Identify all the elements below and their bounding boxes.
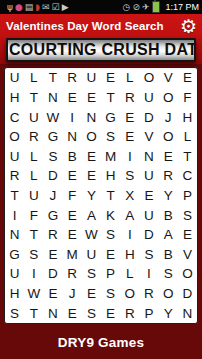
- page-title: Valentines Day Word Search: [0, 20, 164, 32]
- grid-cell[interactable]: E: [101, 303, 120, 323]
- grid-cell[interactable]: C: [5, 107, 24, 127]
- grid-cell[interactable]: L: [120, 68, 139, 88]
- grid-cell[interactable]: S: [82, 264, 101, 284]
- grid-cell[interactable]: O: [82, 127, 101, 147]
- grid-cell[interactable]: H: [5, 88, 24, 108]
- system-status-icons: ◷ ⊘ ✈ 1:17 PM: [123, 0, 199, 14]
- grid-cell[interactable]: B: [63, 146, 82, 166]
- grid-cell[interactable]: E: [120, 107, 139, 127]
- grid-cell[interactable]: H: [178, 107, 197, 127]
- gear-icon[interactable]: ⚙: [180, 15, 197, 37]
- grid-cell[interactable]: L: [120, 264, 139, 284]
- grid-cell[interactable]: S: [178, 205, 197, 225]
- grid-cell[interactable]: N: [43, 88, 62, 108]
- grid-cell[interactable]: I: [120, 225, 139, 245]
- grid-cell[interactable]: L: [24, 68, 43, 88]
- grid-cell[interactable]: O: [139, 68, 158, 88]
- grid-cell[interactable]: S: [101, 284, 120, 304]
- grid-cell[interactable]: F: [63, 186, 82, 206]
- grid-cell[interactable]: U: [5, 146, 24, 166]
- grid-cell[interactable]: J: [63, 284, 82, 304]
- grid-cell[interactable]: N: [82, 107, 101, 127]
- grid-cell[interactable]: U: [5, 68, 24, 88]
- grid-cell[interactable]: R: [120, 303, 139, 323]
- grid-cell[interactable]: T: [101, 186, 120, 206]
- grid-cell[interactable]: I: [5, 205, 24, 225]
- airplane-mode-icon: ✈: [142, 0, 150, 14]
- grid-cell[interactable]: A: [82, 205, 101, 225]
- grid-cell[interactable]: T: [24, 225, 43, 245]
- grid-cell[interactable]: O: [159, 284, 178, 304]
- grid-cell[interactable]: P: [178, 186, 197, 206]
- status-bar: ψ ● ▤ ◗ ✉ ☑ ▶ ◷ ⊘ ✈ 1:17 PM: [0, 0, 202, 14]
- grid-cell[interactable]: E: [101, 68, 120, 88]
- usb-icon: ψ: [7, 0, 13, 14]
- grid-cell[interactable]: W: [43, 107, 62, 127]
- grid-cell[interactable]: U: [139, 205, 158, 225]
- grid-cell[interactable]: D: [139, 107, 158, 127]
- grid-cell[interactable]: J: [159, 107, 178, 127]
- grid-cell[interactable]: R: [43, 225, 62, 245]
- grid-cell[interactable]: M: [63, 245, 82, 265]
- mute-icon: ⊘: [132, 0, 140, 14]
- grid-cell[interactable]: U: [24, 107, 43, 127]
- grid-cell[interactable]: E: [63, 88, 82, 108]
- grid-cell[interactable]: I: [63, 107, 82, 127]
- grid-cell[interactable]: S: [120, 166, 139, 186]
- grid-cell[interactable]: C: [178, 166, 197, 186]
- grid-cell[interactable]: H: [120, 245, 139, 265]
- grid-cell[interactable]: E: [63, 303, 82, 323]
- title-bar: Valentines Day Word Search ⚙: [0, 14, 202, 38]
- grid-cell[interactable]: T: [178, 146, 197, 166]
- grid-cell[interactable]: F: [24, 205, 43, 225]
- grid-cell[interactable]: R: [120, 88, 139, 108]
- grid-cell[interactable]: V: [139, 127, 158, 147]
- grid-cell[interactable]: R: [159, 166, 178, 186]
- footer-bar: DRY9 Games: [0, 325, 202, 359]
- grid-cell[interactable]: D: [43, 166, 62, 186]
- grid-cell[interactable]: B: [159, 245, 178, 265]
- grid-cell[interactable]: E: [82, 88, 101, 108]
- header-section: Valentines Day Word Search ⚙ COURTING CR…: [0, 14, 202, 64]
- grid-cell[interactable]: M: [101, 146, 120, 166]
- grid-cell[interactable]: D: [43, 264, 62, 284]
- grid-cell[interactable]: T: [43, 68, 62, 88]
- grid-cell[interactable]: Y: [159, 186, 178, 206]
- grid-cell[interactable]: S: [159, 264, 178, 284]
- board: ULTRUELOVEHTNEETRUOFCUWINGEDJHORGNOSEVOL…: [4, 67, 198, 324]
- grid-cell[interactable]: J: [43, 186, 62, 206]
- grid-cell[interactable]: O: [178, 264, 197, 284]
- grid-cell[interactable]: T: [101, 88, 120, 108]
- grid-cell[interactable]: E: [139, 186, 158, 206]
- word-list-text: COURTING CRUSH DATE: [8, 40, 196, 60]
- grid-cell[interactable]: N: [63, 127, 82, 147]
- grid-cell[interactable]: O: [120, 284, 139, 304]
- alarm-icon: ◷: [123, 0, 131, 14]
- grid-cell[interactable]: T: [24, 88, 43, 108]
- grid-cell[interactable]: E: [82, 166, 101, 186]
- grid-cell[interactable]: U: [24, 186, 43, 206]
- grid-cell[interactable]: S: [82, 303, 101, 323]
- grid-cell[interactable]: R: [5, 166, 24, 186]
- grid-cell[interactable]: A: [120, 205, 139, 225]
- grid-cell[interactable]: E: [101, 245, 120, 265]
- grid-cell[interactable]: A: [159, 225, 178, 245]
- grid-cell[interactable]: W: [82, 225, 101, 245]
- call-notification-icon: ◗: [35, 0, 40, 14]
- grid-cell[interactable]: P: [139, 303, 158, 323]
- grid-cell[interactable]: O: [159, 88, 178, 108]
- grid-cell[interactable]: O: [159, 127, 178, 147]
- grid-cell[interactable]: E: [178, 225, 197, 245]
- notification-icons: ψ ● ▤ ◗ ✉ ☑ ▶: [7, 0, 69, 14]
- grid-cell[interactable]: U: [82, 68, 101, 88]
- grid-cell[interactable]: H: [5, 284, 24, 304]
- grid-cell[interactable]: G: [43, 127, 62, 147]
- update-check-icon: ☑: [52, 0, 60, 14]
- grid-cell[interactable]: S: [5, 303, 24, 323]
- grid-cell[interactable]: I: [139, 264, 158, 284]
- grid-cell[interactable]: E: [120, 127, 139, 147]
- grid-cell[interactable]: E: [159, 146, 178, 166]
- grid-cell[interactable]: K: [101, 205, 120, 225]
- grid-cell[interactable]: E: [63, 166, 82, 186]
- grid-cell[interactable]: P: [101, 264, 120, 284]
- grid-cell[interactable]: O: [5, 127, 24, 147]
- grid-cell[interactable]: N: [5, 225, 24, 245]
- grid-cell[interactable]: S: [24, 245, 43, 265]
- grid-cell[interactable]: H: [101, 166, 120, 186]
- grid-cell[interactable]: S: [101, 225, 120, 245]
- grid-cell[interactable]: D: [139, 225, 158, 245]
- grid-cell[interactable]: U: [82, 245, 101, 265]
- grid-cell[interactable]: D: [178, 284, 197, 304]
- grid-cell[interactable]: W: [24, 284, 43, 304]
- grid-cell[interactable]: L: [178, 127, 197, 147]
- grid-cell[interactable]: E: [63, 225, 82, 245]
- grid-cell[interactable]: T: [5, 186, 24, 206]
- grid-cell[interactable]: X: [120, 186, 139, 206]
- grid-cell[interactable]: I: [120, 146, 139, 166]
- email-icon: ✉: [42, 0, 50, 14]
- grid-cell[interactable]: N: [178, 303, 197, 323]
- play-store-icon: ▶: [62, 0, 69, 14]
- grid-cell[interactable]: E: [43, 245, 62, 265]
- document-icon: ▤: [25, 0, 34, 14]
- grid-cell[interactable]: S: [101, 127, 120, 147]
- grid-cell[interactable]: L: [24, 166, 43, 186]
- grid-cell[interactable]: S: [43, 146, 62, 166]
- grid-cell[interactable]: Y: [159, 303, 178, 323]
- grid-cell[interactable]: R: [24, 127, 43, 147]
- grid-cell[interactable]: B: [159, 205, 178, 225]
- grid-cell[interactable]: E: [63, 205, 82, 225]
- grid-cell[interactable]: E: [82, 146, 101, 166]
- grid-cell[interactable]: I: [24, 264, 43, 284]
- grid-cell[interactable]: N: [139, 146, 158, 166]
- grid-cell[interactable]: T: [24, 303, 43, 323]
- grid-cell[interactable]: V: [159, 68, 178, 88]
- grid-cell[interactable]: L: [24, 146, 43, 166]
- word-list-ticker: COURTING CRUSH DATE: [6, 38, 196, 62]
- grid-cell[interactable]: N: [43, 303, 62, 323]
- grid-cell[interactable]: U: [139, 166, 158, 186]
- grid-cell[interactable]: U: [5, 264, 24, 284]
- grid-cell[interactable]: R: [63, 264, 82, 284]
- grid-cell[interactable]: E: [178, 68, 197, 88]
- grid-cell[interactable]: F: [178, 88, 197, 108]
- grid-cell[interactable]: G: [101, 107, 120, 127]
- grid-cell[interactable]: E: [82, 284, 101, 304]
- publisher-label: DRY9 Games: [58, 335, 144, 350]
- app-notification-icon: ●: [15, 0, 23, 14]
- grid-cell[interactable]: E: [43, 284, 62, 304]
- grid-cell[interactable]: G: [43, 205, 62, 225]
- battery-icon: [152, 1, 160, 13]
- grid-cell[interactable]: U: [139, 88, 158, 108]
- grid-cell[interactable]: Y: [82, 186, 101, 206]
- grid-cell[interactable]: G: [5, 245, 24, 265]
- grid-cell[interactable]: V: [178, 245, 197, 265]
- grid-cell[interactable]: S: [139, 245, 158, 265]
- grid-cell[interactable]: R: [139, 284, 158, 304]
- clock-text: 1:17 PM: [165, 0, 199, 14]
- grid-cell[interactable]: R: [63, 68, 82, 88]
